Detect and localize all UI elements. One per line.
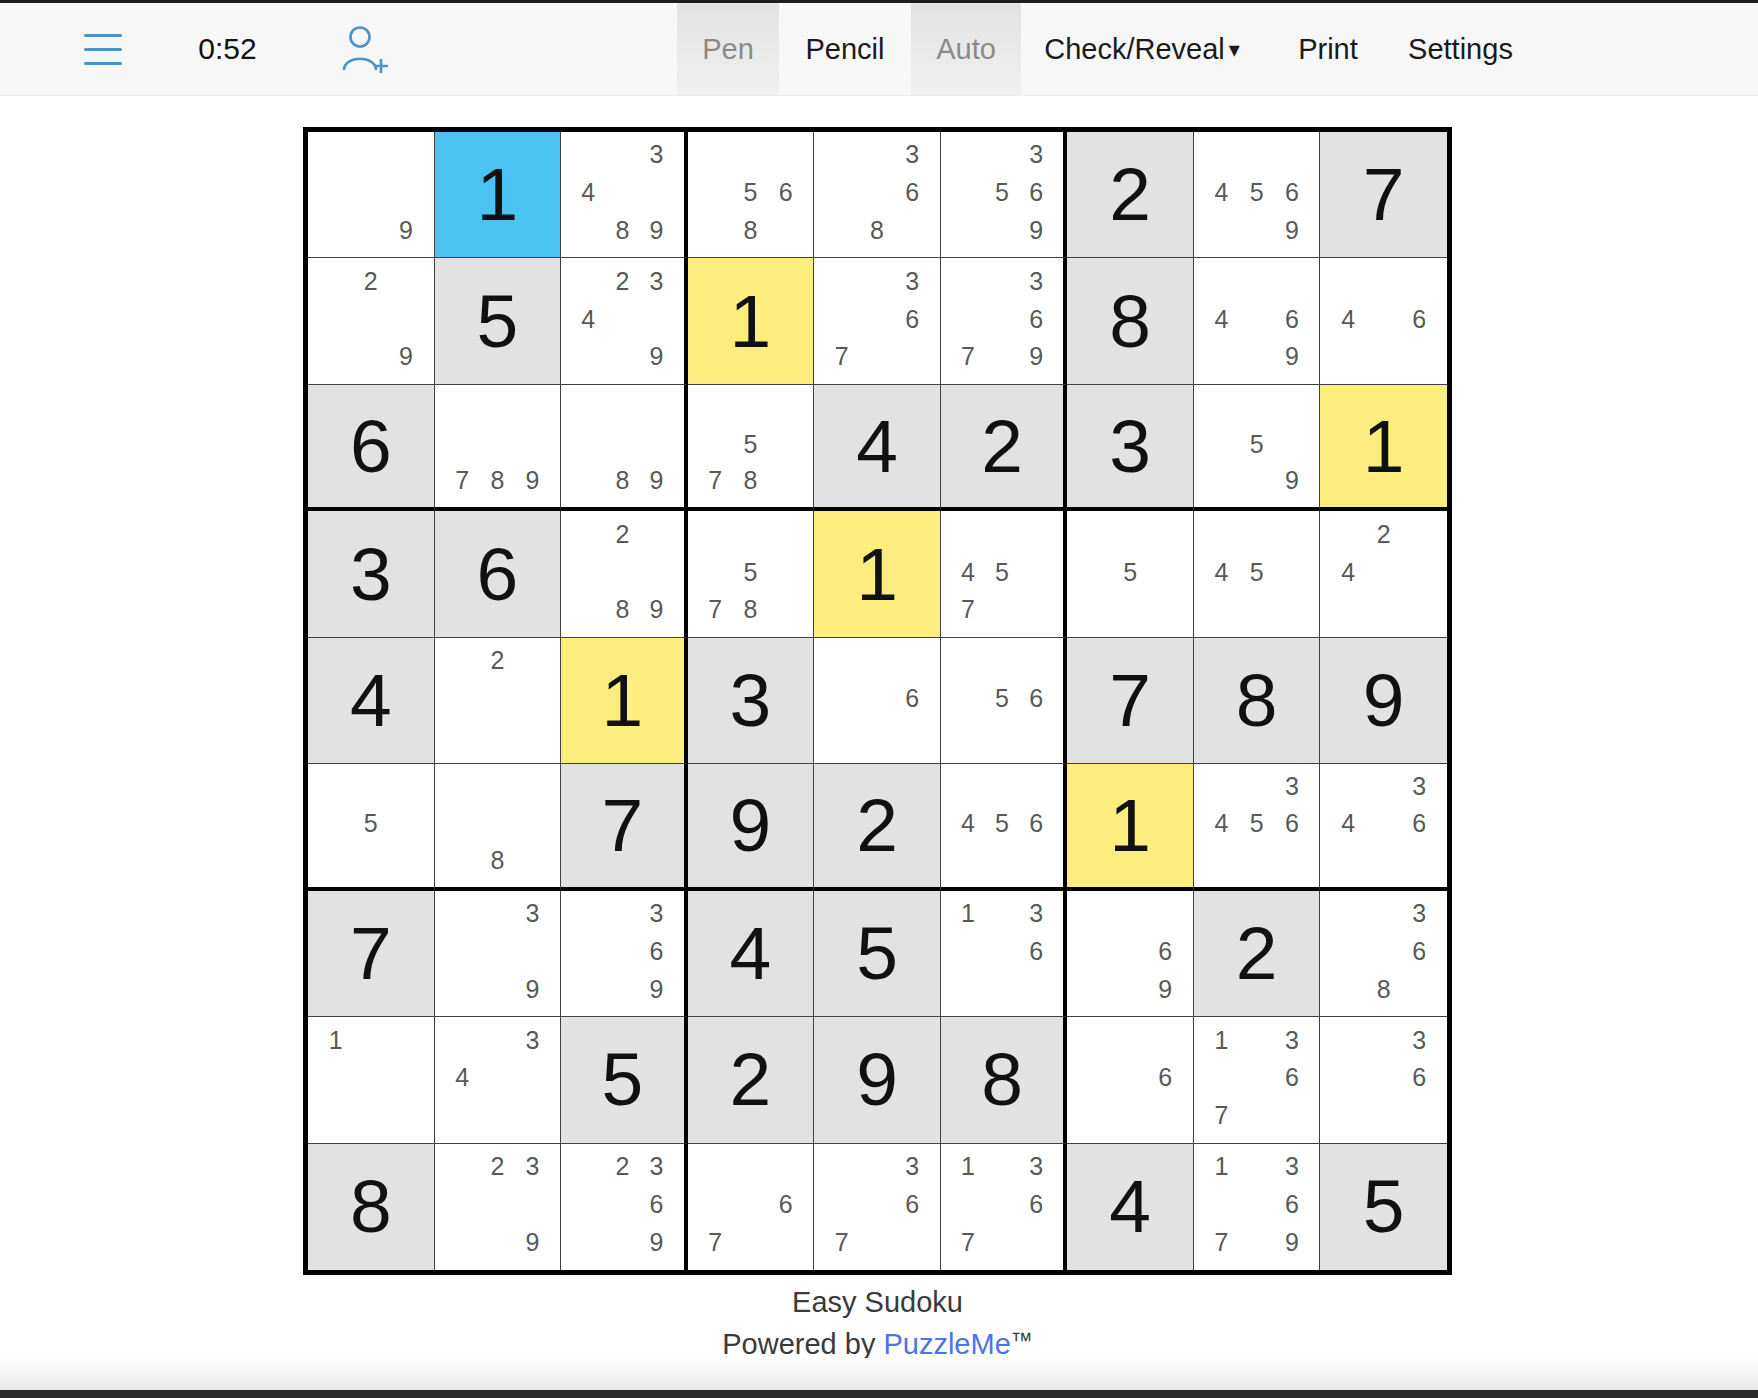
pencil-marks: 36 bbox=[1330, 1021, 1437, 1134]
cell-r5c2[interactable]: 2 bbox=[435, 638, 562, 764]
given-digit: 8 bbox=[981, 1042, 1023, 1117]
pencil-marks: 1367 bbox=[951, 1148, 1054, 1262]
cell-r1c3[interactable]: 3489 bbox=[561, 132, 688, 258]
cell-r8c3[interactable]: 5 bbox=[561, 1017, 688, 1143]
cell-r7c5[interactable]: 5 bbox=[814, 891, 941, 1017]
given-digit: 3 bbox=[730, 663, 772, 738]
cell-r7c2[interactable]: 39 bbox=[435, 891, 562, 1017]
pencil-marks: 1367 bbox=[1204, 1021, 1310, 1134]
pencil-marks: 3456 bbox=[1204, 768, 1310, 878]
given-digit: 8 bbox=[1236, 663, 1278, 738]
cell-r1c7[interactable]: 2 bbox=[1067, 132, 1194, 258]
given-digit: 4 bbox=[856, 409, 898, 484]
cell-r3c2[interactable]: 789 bbox=[435, 385, 562, 511]
cell-r4c3[interactable]: 289 bbox=[561, 511, 688, 637]
cell-r9c5[interactable]: 367 bbox=[814, 1144, 941, 1270]
cell-r8c6[interactable]: 8 bbox=[941, 1017, 1068, 1143]
cell-r9c7[interactable]: 4 bbox=[1067, 1144, 1194, 1270]
cell-r5c6[interactable]: 56 bbox=[941, 638, 1068, 764]
pen-mode-button[interactable]: Pen bbox=[677, 3, 779, 95]
pencil-marks: 3569 bbox=[951, 136, 1054, 249]
cell-r5c9[interactable]: 9 bbox=[1320, 638, 1447, 764]
cell-r2c3[interactable]: 2349 bbox=[561, 258, 688, 384]
entered-digit: 1 bbox=[730, 284, 772, 359]
cell-r2c8[interactable]: 469 bbox=[1194, 258, 1321, 384]
cell-r4c1[interactable]: 3 bbox=[308, 511, 435, 637]
given-digit: 2 bbox=[981, 409, 1023, 484]
cell-r6c9[interactable]: 346 bbox=[1320, 764, 1447, 890]
cell-r2c7[interactable]: 8 bbox=[1067, 258, 1194, 384]
cell-r6c7[interactable]: 1 bbox=[1067, 764, 1194, 890]
given-digit: 8 bbox=[350, 1169, 392, 1244]
cell-r3c4[interactable]: 578 bbox=[688, 385, 815, 511]
given-digit: 5 bbox=[602, 1042, 644, 1117]
bottom-border-strip bbox=[0, 1390, 1758, 1398]
cell-r4c2[interactable]: 6 bbox=[435, 511, 562, 637]
entered-digit: 1 bbox=[856, 537, 898, 612]
cell-r6c5[interactable]: 2 bbox=[814, 764, 941, 890]
pencil-marks: 346 bbox=[1330, 768, 1437, 878]
given-digit: 2 bbox=[730, 1042, 772, 1117]
pencil-marks: 368 bbox=[824, 136, 930, 249]
given-digit: 2 bbox=[1109, 157, 1151, 232]
pencil-marks: 1 bbox=[318, 1021, 424, 1134]
given-digit: 7 bbox=[602, 788, 644, 863]
cell-r9c3[interactable]: 2369 bbox=[561, 1144, 688, 1270]
given-digit: 9 bbox=[856, 1042, 898, 1117]
cell-r1c9[interactable]: 7 bbox=[1320, 132, 1447, 258]
given-digit: 4 bbox=[1109, 1169, 1151, 1244]
cell-r2c9[interactable]: 46 bbox=[1320, 258, 1447, 384]
cell-r5c5[interactable]: 6 bbox=[814, 638, 941, 764]
board-footer: Easy Sudoku Powered by PuzzleMe™ bbox=[303, 1286, 1452, 1361]
cell-r9c2[interactable]: 239 bbox=[435, 1144, 562, 1270]
pencil-marks: 289 bbox=[571, 515, 674, 628]
cell-r9c8[interactable]: 13679 bbox=[1194, 1144, 1321, 1270]
cell-r8c7[interactable]: 6 bbox=[1067, 1017, 1194, 1143]
entered-digit: 1 bbox=[602, 663, 644, 738]
cell-r9c9[interactable]: 5 bbox=[1320, 1144, 1447, 1270]
cell-r8c9[interactable]: 36 bbox=[1320, 1017, 1447, 1143]
given-digit: 9 bbox=[730, 788, 772, 863]
pencil-marks: 367 bbox=[824, 1148, 930, 1262]
cell-r4c9[interactable]: 24 bbox=[1320, 511, 1447, 637]
pencil-marks: 34 bbox=[445, 1021, 551, 1134]
pencil-marks: 46 bbox=[1330, 262, 1437, 375]
pencil-marks: 13679 bbox=[1204, 1148, 1310, 1262]
cell-r8c1[interactable]: 1 bbox=[308, 1017, 435, 1143]
pencil-marks: 24 bbox=[1330, 515, 1437, 628]
cell-r7c7[interactable]: 69 bbox=[1067, 891, 1194, 1017]
cell-r3c9[interactable]: 1 bbox=[1320, 385, 1447, 511]
pencil-marks: 2349 bbox=[571, 262, 674, 375]
pencil-marks: 457 bbox=[951, 515, 1054, 628]
add-player-icon[interactable] bbox=[338, 25, 390, 79]
pencil-marks: 367 bbox=[824, 262, 930, 375]
cell-r7c9[interactable]: 368 bbox=[1320, 891, 1447, 1017]
cell-r7c1[interactable]: 7 bbox=[308, 891, 435, 1017]
given-digit: 8 bbox=[1109, 284, 1151, 359]
given-digit: 5 bbox=[856, 916, 898, 991]
pencil-marks: 2 bbox=[445, 642, 551, 755]
print-button[interactable]: Print bbox=[1282, 3, 1374, 95]
cell-r1c5[interactable]: 368 bbox=[814, 132, 941, 258]
pencil-marks: 6 bbox=[824, 642, 930, 755]
cell-r5c8[interactable]: 8 bbox=[1194, 638, 1321, 764]
pencil-marks: 89 bbox=[571, 389, 674, 499]
cell-r1c8[interactable]: 4569 bbox=[1194, 132, 1321, 258]
given-digit: 7 bbox=[1363, 157, 1405, 232]
cell-r5c1[interactable]: 4 bbox=[308, 638, 435, 764]
cell-r5c7[interactable]: 7 bbox=[1067, 638, 1194, 764]
given-digit: 5 bbox=[476, 284, 518, 359]
pencil-marks: 469 bbox=[1204, 262, 1310, 375]
cell-r7c6[interactable]: 136 bbox=[941, 891, 1068, 1017]
pencil-marks: 239 bbox=[445, 1148, 551, 1262]
cell-r3c5[interactable]: 4 bbox=[814, 385, 941, 511]
cell-r7c3[interactable]: 369 bbox=[561, 891, 688, 1017]
cell-r4c4[interactable]: 578 bbox=[688, 511, 815, 637]
given-digit: 6 bbox=[350, 409, 392, 484]
cell-r8c2[interactable]: 34 bbox=[435, 1017, 562, 1143]
pencil-marks: 3679 bbox=[951, 262, 1054, 375]
cell-r9c6[interactable]: 1367 bbox=[941, 1144, 1068, 1270]
cell-r2c5[interactable]: 367 bbox=[814, 258, 941, 384]
auto-mode-button[interactable]: Auto bbox=[911, 3, 1021, 95]
pencil-marks: 568 bbox=[698, 136, 804, 249]
given-digit: 9 bbox=[1363, 663, 1405, 738]
pencil-marks: 368 bbox=[1330, 895, 1437, 1008]
cell-r6c1[interactable]: 5 bbox=[308, 764, 435, 890]
pencil-marks: 456 bbox=[951, 768, 1054, 878]
check-reveal-label: Check/Reveal bbox=[1044, 33, 1225, 65]
pencil-marks: 9 bbox=[318, 136, 424, 249]
menu-icon[interactable] bbox=[84, 34, 122, 65]
pencil-marks: 56 bbox=[951, 642, 1054, 755]
cell-r3c8[interactable]: 59 bbox=[1194, 385, 1321, 511]
given-digit: 2 bbox=[1236, 916, 1278, 991]
pencil-marks: 2369 bbox=[571, 1148, 674, 1262]
cell-r2c1[interactable]: 29 bbox=[308, 258, 435, 384]
pencil-marks: 39 bbox=[445, 895, 551, 1008]
cell-r1c6[interactable]: 3569 bbox=[941, 132, 1068, 258]
cell-r6c4[interactable]: 9 bbox=[688, 764, 815, 890]
cell-r2c4[interactable]: 1 bbox=[688, 258, 815, 384]
pencil-marks: 45 bbox=[1204, 515, 1310, 628]
game-timer: 0:52 bbox=[170, 3, 285, 95]
pencil-marks: 578 bbox=[698, 515, 804, 628]
pencil-marks: 29 bbox=[318, 262, 424, 375]
pencil-marks: 8 bbox=[445, 768, 551, 878]
pencil-marks: 6 bbox=[1077, 1021, 1183, 1134]
given-digit: 2 bbox=[856, 788, 898, 863]
cell-r7c4[interactable]: 4 bbox=[688, 891, 815, 1017]
caret-down-icon: ▾ bbox=[1229, 37, 1240, 62]
cell-r3c1[interactable]: 6 bbox=[308, 385, 435, 511]
entered-digit: 1 bbox=[476, 157, 518, 232]
powered-by-line: Powered by PuzzleMe™ bbox=[303, 1328, 1452, 1361]
cell-r1c1[interactable]: 9 bbox=[308, 132, 435, 258]
entered-digit: 1 bbox=[1109, 788, 1151, 863]
pencil-marks: 3489 bbox=[571, 136, 674, 249]
powered-by-text: Powered by bbox=[722, 1328, 883, 1360]
cell-r4c5[interactable]: 1 bbox=[814, 511, 941, 637]
cell-r6c2[interactable]: 8 bbox=[435, 764, 562, 890]
check-reveal-menu[interactable]: Check/Reveal▾ bbox=[1032, 3, 1252, 95]
given-digit: 7 bbox=[1109, 663, 1151, 738]
cell-r6c3[interactable]: 7 bbox=[561, 764, 688, 890]
cell-r6c6[interactable]: 456 bbox=[941, 764, 1068, 890]
given-digit: 4 bbox=[350, 663, 392, 738]
given-digit: 4 bbox=[730, 916, 772, 991]
pencil-marks: 136 bbox=[951, 895, 1054, 1008]
cell-r4c7[interactable]: 5 bbox=[1067, 511, 1194, 637]
given-digit: 5 bbox=[1363, 1169, 1405, 1244]
given-digit: 3 bbox=[350, 537, 392, 612]
entered-digit: 1 bbox=[1363, 409, 1405, 484]
cell-r8c8[interactable]: 1367 bbox=[1194, 1017, 1321, 1143]
pencil-marks: 789 bbox=[445, 389, 551, 499]
pencil-marks: 5 bbox=[1077, 515, 1183, 628]
pencil-marks: 4569 bbox=[1204, 136, 1310, 249]
cell-r4c6[interactable]: 457 bbox=[941, 511, 1068, 637]
puzzle-title: Easy Sudoku bbox=[303, 1286, 1452, 1319]
cell-r1c2[interactable]: 1 bbox=[435, 132, 562, 258]
given-digit: 3 bbox=[1109, 409, 1151, 484]
cell-r5c3[interactable]: 1 bbox=[561, 638, 688, 764]
given-digit: 6 bbox=[476, 537, 518, 612]
pencil-mode-button[interactable]: Pencil bbox=[779, 3, 911, 95]
cell-r4c8[interactable]: 45 bbox=[1194, 511, 1321, 637]
settings-button[interactable]: Settings bbox=[1398, 3, 1523, 95]
puzzleme-link[interactable]: PuzzleMe bbox=[883, 1328, 1010, 1360]
sudoku-board: 9134895683683569245697295234913673679846… bbox=[303, 127, 1452, 1275]
cell-r3c7[interactable]: 3 bbox=[1067, 385, 1194, 511]
cell-r8c4[interactable]: 2 bbox=[688, 1017, 815, 1143]
cell-r1c4[interactable]: 568 bbox=[688, 132, 815, 258]
toolbar: 0:52 Pen Pencil Auto Check/Reveal▾ Print… bbox=[0, 3, 1758, 96]
pencil-marks: 67 bbox=[698, 1148, 804, 1262]
trademark-symbol: ™ bbox=[1011, 1328, 1033, 1353]
pencil-marks: 578 bbox=[698, 389, 804, 499]
cell-r7c8[interactable]: 2 bbox=[1194, 891, 1321, 1017]
pencil-marks: 69 bbox=[1077, 895, 1183, 1008]
pencil-marks: 5 bbox=[318, 768, 424, 878]
given-digit: 7 bbox=[350, 916, 392, 991]
bottom-gradient-band bbox=[0, 1358, 1758, 1390]
cell-r9c1[interactable]: 8 bbox=[308, 1144, 435, 1270]
cell-r6c8[interactable]: 3456 bbox=[1194, 764, 1321, 890]
cell-r8c5[interactable]: 9 bbox=[814, 1017, 941, 1143]
cell-r2c2[interactable]: 5 bbox=[435, 258, 562, 384]
pencil-marks: 369 bbox=[571, 895, 674, 1008]
cell-r5c4[interactable]: 3 bbox=[688, 638, 815, 764]
cell-r2c6[interactable]: 3679 bbox=[941, 258, 1068, 384]
cell-r3c6[interactable]: 2 bbox=[941, 385, 1068, 511]
cell-r3c3[interactable]: 89 bbox=[561, 385, 688, 511]
cell-r9c4[interactable]: 67 bbox=[688, 1144, 815, 1270]
pencil-marks: 59 bbox=[1204, 389, 1310, 499]
